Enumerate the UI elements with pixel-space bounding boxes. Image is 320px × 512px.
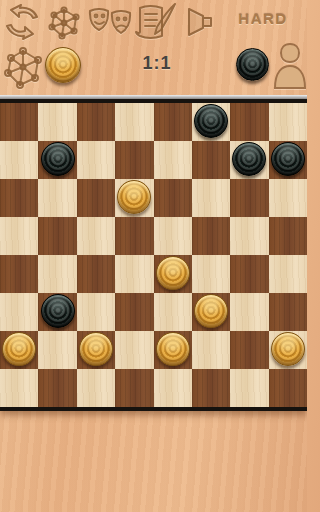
board-squares bbox=[0, 103, 307, 407]
square-r3c7[interactable] bbox=[269, 217, 307, 255]
square-r3c5[interactable] bbox=[192, 217, 230, 255]
white-man[interactable] bbox=[2, 332, 36, 366]
square-r2c2[interactable] bbox=[77, 179, 115, 217]
square-r0c6[interactable] bbox=[230, 103, 268, 141]
white-man[interactable] bbox=[156, 256, 190, 290]
square-r0c4[interactable] bbox=[154, 103, 192, 141]
square-r0c0[interactable] bbox=[0, 103, 38, 141]
square-r5c5[interactable] bbox=[192, 293, 230, 331]
black-player-piece bbox=[236, 48, 269, 81]
square-r7c4[interactable] bbox=[154, 369, 192, 407]
theater-masks-icon[interactable] bbox=[87, 3, 133, 41]
square-r3c2[interactable] bbox=[77, 217, 115, 255]
black-man[interactable] bbox=[41, 294, 75, 328]
square-r2c5[interactable] bbox=[192, 179, 230, 217]
square-r1c5[interactable] bbox=[192, 141, 230, 179]
square-r5c4[interactable] bbox=[154, 293, 192, 331]
square-r3c6[interactable] bbox=[230, 217, 268, 255]
square-r6c3[interactable] bbox=[115, 331, 153, 369]
sound-icon[interactable] bbox=[184, 6, 218, 38]
square-r3c1[interactable] bbox=[38, 217, 76, 255]
square-r6c5[interactable] bbox=[192, 331, 230, 369]
square-r3c0[interactable] bbox=[0, 217, 38, 255]
square-r4c4[interactable] bbox=[154, 255, 192, 293]
black-man[interactable] bbox=[194, 104, 228, 138]
square-r6c4[interactable] bbox=[154, 331, 192, 369]
square-r1c6[interactable] bbox=[230, 141, 268, 179]
square-r6c0[interactable] bbox=[0, 331, 38, 369]
white-man[interactable] bbox=[271, 332, 305, 366]
checkers-board bbox=[0, 99, 307, 411]
square-r2c3[interactable] bbox=[115, 179, 153, 217]
square-r5c3[interactable] bbox=[115, 293, 153, 331]
square-r6c7[interactable] bbox=[269, 331, 307, 369]
square-r2c1[interactable] bbox=[38, 179, 76, 217]
square-r1c0[interactable] bbox=[0, 141, 38, 179]
square-r6c2[interactable] bbox=[77, 331, 115, 369]
square-r0c3[interactable] bbox=[115, 103, 153, 141]
restart-icon[interactable] bbox=[3, 4, 41, 40]
square-r7c6[interactable] bbox=[230, 369, 268, 407]
square-r4c7[interactable] bbox=[269, 255, 307, 293]
black-man[interactable] bbox=[232, 142, 266, 176]
human-player-icon[interactable] bbox=[272, 42, 307, 90]
square-r4c5[interactable] bbox=[192, 255, 230, 293]
square-r3c4[interactable] bbox=[154, 217, 192, 255]
square-r2c7[interactable] bbox=[269, 179, 307, 217]
difficulty-label: HARD bbox=[232, 10, 294, 27]
black-man[interactable] bbox=[271, 142, 305, 176]
square-r1c2[interactable] bbox=[77, 141, 115, 179]
square-r4c1[interactable] bbox=[38, 255, 76, 293]
square-r7c7[interactable] bbox=[269, 369, 307, 407]
square-r1c4[interactable] bbox=[154, 141, 192, 179]
white-man[interactable] bbox=[79, 332, 113, 366]
square-r4c0[interactable] bbox=[0, 255, 38, 293]
score-label: 1:1 bbox=[128, 53, 186, 74]
square-r1c3[interactable] bbox=[115, 141, 153, 179]
square-r6c1[interactable] bbox=[38, 331, 76, 369]
square-r4c6[interactable] bbox=[230, 255, 268, 293]
square-r2c4[interactable] bbox=[154, 179, 192, 217]
square-r1c1[interactable] bbox=[38, 141, 76, 179]
white-man[interactable] bbox=[156, 332, 190, 366]
white-player-piece bbox=[45, 47, 81, 83]
square-r5c2[interactable] bbox=[77, 293, 115, 331]
square-r0c7[interactable] bbox=[269, 103, 307, 141]
square-r5c6[interactable] bbox=[230, 293, 268, 331]
square-r0c1[interactable] bbox=[38, 103, 76, 141]
black-man[interactable] bbox=[41, 142, 75, 176]
score-sheet-icon[interactable] bbox=[133, 1, 179, 43]
network-icon[interactable] bbox=[3, 46, 43, 90]
square-r7c5[interactable] bbox=[192, 369, 230, 407]
square-r5c7[interactable] bbox=[269, 293, 307, 331]
network-icon[interactable] bbox=[47, 6, 81, 40]
square-r7c3[interactable] bbox=[115, 369, 153, 407]
square-r2c6[interactable] bbox=[230, 179, 268, 217]
square-r4c2[interactable] bbox=[77, 255, 115, 293]
white-man[interactable] bbox=[117, 180, 151, 214]
white-man[interactable] bbox=[194, 294, 228, 328]
square-r4c3[interactable] bbox=[115, 255, 153, 293]
square-r1c7[interactable] bbox=[269, 141, 307, 179]
square-r7c0[interactable] bbox=[0, 369, 38, 407]
square-r0c2[interactable] bbox=[77, 103, 115, 141]
square-r7c2[interactable] bbox=[77, 369, 115, 407]
square-r0c5[interactable] bbox=[192, 103, 230, 141]
square-r6c6[interactable] bbox=[230, 331, 268, 369]
square-r7c1[interactable] bbox=[38, 369, 76, 407]
square-r2c0[interactable] bbox=[0, 179, 38, 217]
square-r3c3[interactable] bbox=[115, 217, 153, 255]
square-r5c0[interactable] bbox=[0, 293, 38, 331]
square-r5c1[interactable] bbox=[38, 293, 76, 331]
